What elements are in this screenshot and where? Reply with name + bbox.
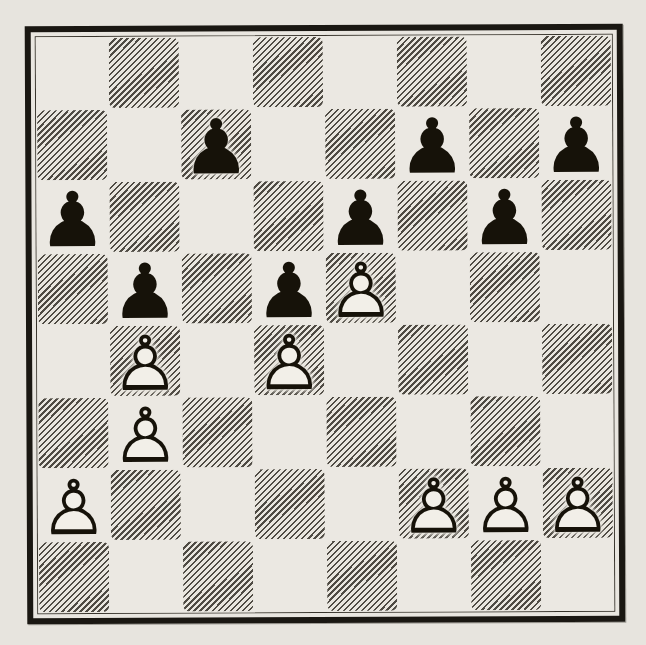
black-pawn-a6: ♟ [36, 181, 108, 253]
square-b3[interactable]: ♟♙ [109, 397, 181, 469]
square-g3[interactable] [469, 395, 541, 467]
black-pawn-icon: ♟ [36, 184, 108, 256]
square-d8[interactable] [252, 36, 324, 108]
square-h2[interactable]: ♟♙ [542, 467, 614, 539]
square-f1[interactable] [398, 539, 470, 611]
square-g2[interactable]: ♟♙ [470, 467, 542, 539]
square-d6[interactable] [252, 180, 324, 252]
white-pawn-icon: ♙ [110, 329, 180, 399]
square-f4[interactable] [397, 323, 469, 395]
white-pawn-d4: ♟♙ [254, 325, 324, 395]
black-pawn-icon: ♟ [540, 110, 612, 182]
white-pawn-g2: ♟♙ [470, 467, 542, 539]
white-pawn-icon: ♙ [543, 471, 613, 541]
square-e7[interactable] [324, 108, 396, 180]
board-inner-border: ♟♟♟♟♟♟♟♟♟♙♟♙♟♙♟♙♟♙♟♙♟♙♟♙ [35, 34, 616, 615]
black-pawn-icon: ♟ [468, 182, 540, 254]
square-a4[interactable] [37, 325, 109, 397]
white-pawn-e5: ♟♙ [326, 253, 396, 323]
square-h1[interactable] [542, 539, 614, 611]
square-e5[interactable]: ♟♙ [325, 252, 397, 324]
square-c8[interactable] [180, 36, 252, 108]
square-c6[interactable] [180, 180, 252, 252]
square-h7[interactable]: ♟ [540, 107, 612, 179]
square-a1[interactable] [38, 541, 110, 613]
square-h6[interactable] [540, 179, 612, 251]
black-pawn-icon: ♟ [324, 183, 396, 255]
square-a8[interactable] [36, 37, 108, 109]
square-b2[interactable] [110, 469, 182, 541]
square-e4[interactable] [325, 324, 397, 396]
square-g7[interactable] [468, 107, 540, 179]
black-pawn-c7: ♟ [181, 109, 251, 179]
black-pawn-e6: ♟ [324, 180, 396, 252]
square-f5[interactable] [397, 251, 469, 323]
square-f2[interactable]: ♟♙ [398, 467, 470, 539]
white-pawn-icon: ♙ [254, 328, 324, 398]
black-pawn-f7: ♟ [396, 107, 468, 179]
square-a7[interactable] [36, 109, 108, 181]
white-pawn-b4: ♟♙ [110, 326, 180, 396]
square-g4[interactable] [469, 323, 541, 395]
square-c4[interactable] [181, 324, 253, 396]
square-b1[interactable] [110, 541, 182, 613]
square-c3[interactable] [181, 396, 253, 468]
black-pawn-icon: ♟ [109, 256, 181, 328]
board-frame: ♟♟♟♟♟♟♟♟♟♙♟♙♟♙♟♙♟♙♟♙♟♙♟♙ [25, 24, 626, 625]
black-pawn-d5: ♟ [253, 252, 325, 324]
square-e2[interactable] [326, 468, 398, 540]
square-e3[interactable] [325, 396, 397, 468]
white-pawn-a2: ♟♙ [38, 469, 110, 541]
white-pawn-icon: ♙ [326, 256, 396, 326]
square-b7[interactable] [108, 109, 180, 181]
page-background: ♟♟♟♟♟♟♟♟♟♙♟♙♟♙♟♙♟♙♟♙♟♙♟♙ [0, 0, 646, 645]
square-f6[interactable] [396, 179, 468, 251]
square-g1[interactable] [470, 539, 542, 611]
square-a3[interactable] [37, 397, 109, 469]
square-g6[interactable]: ♟ [468, 179, 540, 251]
black-pawn-icon: ♟ [396, 110, 468, 182]
square-d7[interactable] [252, 108, 324, 180]
square-c5[interactable] [181, 252, 253, 324]
white-pawn-icon: ♙ [109, 400, 181, 472]
square-f8[interactable] [396, 35, 468, 107]
square-d1[interactable] [254, 540, 326, 612]
white-pawn-b3: ♟♙ [109, 397, 181, 469]
square-c7[interactable]: ♟ [180, 108, 252, 180]
black-pawn-h7: ♟ [540, 107, 612, 179]
square-b8[interactable] [108, 37, 180, 109]
square-d5[interactable]: ♟ [253, 252, 325, 324]
square-c2[interactable] [182, 468, 254, 540]
square-f7[interactable]: ♟ [396, 107, 468, 179]
square-d3[interactable] [253, 396, 325, 468]
black-pawn-icon: ♟ [253, 255, 325, 327]
square-d2[interactable] [254, 468, 326, 540]
square-b5[interactable]: ♟ [109, 253, 181, 325]
square-g8[interactable] [468, 35, 540, 107]
square-c1[interactable] [182, 540, 254, 612]
square-g5[interactable] [469, 251, 541, 323]
square-h3[interactable] [541, 395, 613, 467]
black-pawn-b5: ♟ [109, 253, 181, 325]
square-b4[interactable]: ♟♙ [109, 325, 181, 397]
white-pawn-icon: ♙ [470, 470, 542, 542]
square-d4[interactable]: ♟♙ [253, 324, 325, 396]
square-e8[interactable] [324, 36, 396, 108]
black-pawn-icon: ♟ [181, 112, 251, 182]
white-pawn-h2: ♟♙ [543, 468, 613, 538]
white-pawn-f2: ♟♙ [399, 468, 469, 538]
square-a2[interactable]: ♟♙ [38, 469, 110, 541]
square-h5[interactable] [541, 251, 613, 323]
chess-board: ♟♟♟♟♟♟♟♟♟♙♟♙♟♙♟♙♟♙♟♙♟♙♟♙ [36, 35, 615, 614]
white-pawn-icon: ♙ [38, 472, 110, 544]
square-a5[interactable] [37, 253, 109, 325]
white-pawn-icon: ♙ [399, 471, 469, 541]
square-e1[interactable] [326, 540, 398, 612]
square-h4[interactable] [541, 323, 613, 395]
square-h8[interactable] [540, 35, 612, 107]
square-b6[interactable] [108, 181, 180, 253]
square-e6[interactable]: ♟ [324, 180, 396, 252]
black-pawn-g6: ♟ [468, 179, 540, 251]
square-a6[interactable]: ♟ [36, 181, 108, 253]
square-f3[interactable] [397, 395, 469, 467]
